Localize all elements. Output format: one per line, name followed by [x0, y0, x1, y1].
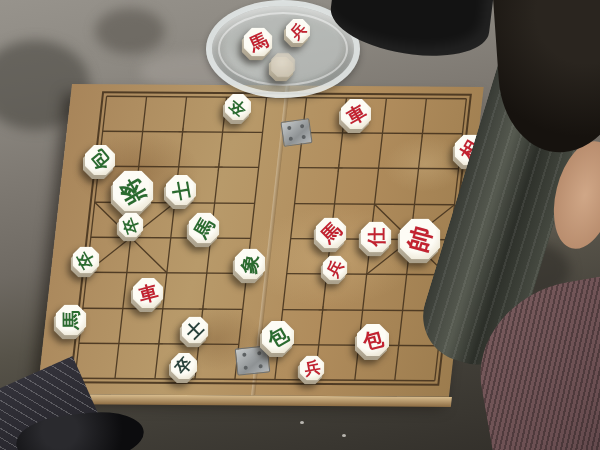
piece-character: 馬 [62, 311, 81, 330]
piece-face: 兵 [286, 19, 310, 43]
xiangqi-piece-advisor[interactable]: 士 [166, 175, 196, 205]
xiangqi-piece-horse[interactable]: 馬 [189, 213, 220, 244]
xiangqi-piece-chariot[interactable]: 車 [133, 278, 163, 308]
xiangqi-piece-chariot[interactable]: 車 [341, 99, 371, 129]
piece-face [271, 53, 296, 78]
piece-character: 車 [136, 281, 159, 304]
piece-face: 馬 [244, 28, 273, 57]
piece-character: 將 [116, 174, 150, 208]
piece-character: 兵 [324, 257, 346, 279]
xiangqi-piece-soldier[interactable]: 卒 [171, 353, 197, 379]
piece-character: 帥 [405, 224, 436, 255]
piece-character: 馬 [191, 215, 217, 241]
xiangqi-piece-cannon[interactable]: 包 [357, 324, 389, 356]
xiangqi-piece-soldier[interactable]: 兵 [300, 356, 325, 381]
piece-face: 卒 [119, 213, 144, 238]
xiangqi-piece-soldier[interactable]: 兵 [286, 19, 310, 43]
piece-character: 士 [183, 318, 207, 342]
piece-character: 兵 [287, 20, 308, 41]
xiangqi-piece-horse[interactable]: 馬 [316, 218, 347, 249]
street-xiangqi-scene: 卒包將士卒馬象卒馬士包卒車相馬仕帥兵兵車包兵馬兵 [0, 0, 600, 450]
piece-character: 士 [170, 179, 192, 201]
piece-character: 卒 [74, 248, 97, 271]
piece-character: 卒 [173, 355, 196, 378]
xiangqi-piece-advisor[interactable]: 士 [182, 317, 209, 344]
xiangqi-piece-cannon[interactable]: 包 [85, 145, 115, 175]
xiangqi-piece-general[interactable]: 將 [113, 171, 154, 212]
piece-face: 車 [341, 99, 371, 129]
piece-face: 車 [133, 278, 163, 308]
xiangqi-piece-advisor[interactable]: 仕 [361, 222, 392, 253]
piece-character: 包 [264, 323, 291, 350]
piece-character: 卒 [121, 215, 142, 236]
xiangqi-piece-cannon[interactable]: 包 [262, 321, 294, 353]
piece-character: 包 [361, 328, 385, 352]
piece-character: 兵 [303, 359, 322, 378]
piece-face: 兵 [323, 256, 348, 281]
piece-character: 車 [343, 101, 369, 127]
piece-face: 士 [166, 175, 196, 205]
xiangqi-piece-facedown[interactable] [271, 53, 296, 78]
piece-character: 象 [239, 253, 261, 275]
xiangqi-piece-horse[interactable]: 馬 [56, 305, 87, 336]
xiangqi-piece-horse[interactable]: 馬 [244, 28, 273, 57]
xiangqi-piece-general[interactable]: 帥 [400, 219, 441, 260]
xiangqi-piece-elephant[interactable]: 象 [235, 249, 266, 280]
piece-character: 馬 [318, 220, 345, 247]
xiangqi-piece-soldier[interactable]: 兵 [323, 256, 348, 281]
piece-face: 兵 [300, 356, 325, 381]
xiangqi-piece-soldier[interactable]: 卒 [119, 213, 144, 238]
piece-character: 馬 [246, 30, 270, 54]
piece-character: 仕 [367, 228, 386, 247]
piece-face: 包 [85, 145, 115, 175]
piece-character: 卒 [227, 96, 250, 119]
piece-character: 包 [87, 147, 114, 174]
xiangqi-piece-soldier[interactable]: 卒 [225, 94, 251, 120]
xiangqi-piece-soldier[interactable]: 卒 [73, 247, 100, 274]
